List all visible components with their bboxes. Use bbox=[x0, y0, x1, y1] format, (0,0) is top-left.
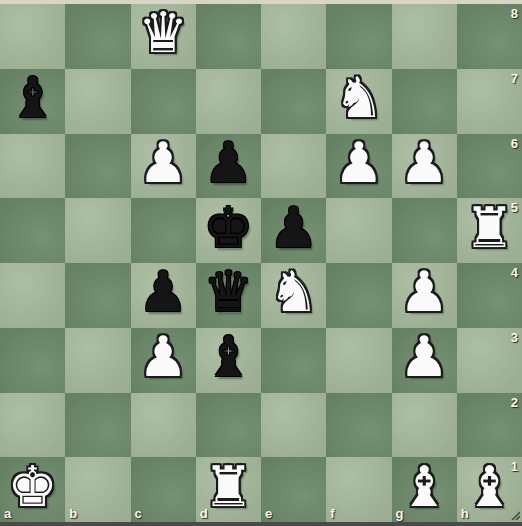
square-b5[interactable] bbox=[65, 198, 130, 263]
square-g1[interactable]: g♝ bbox=[392, 457, 457, 522]
file-label-h: h bbox=[461, 506, 469, 521]
black-king-piece[interactable]: ♚ bbox=[203, 200, 253, 256]
square-f3[interactable] bbox=[326, 328, 391, 393]
rank-label-5: 5 bbox=[511, 200, 518, 215]
square-b1[interactable]: b bbox=[65, 457, 130, 522]
square-e8[interactable] bbox=[261, 4, 326, 69]
square-c6[interactable]: ♟ bbox=[131, 134, 196, 199]
white-pawn-piece[interactable]: ♟ bbox=[138, 329, 188, 385]
square-g8[interactable] bbox=[392, 4, 457, 69]
square-d3[interactable]: ♝ bbox=[196, 328, 261, 393]
square-h5[interactable]: 5♜ bbox=[457, 198, 522, 263]
white-pawn-piece[interactable]: ♟ bbox=[399, 135, 449, 191]
file-label-c: c bbox=[135, 506, 142, 521]
square-c7[interactable] bbox=[131, 69, 196, 134]
black-bishop-piece[interactable]: ♝ bbox=[8, 70, 58, 126]
black-pawn-piece[interactable]: ♟ bbox=[269, 200, 319, 256]
square-g6[interactable]: ♟ bbox=[392, 134, 457, 199]
square-f5[interactable] bbox=[326, 198, 391, 263]
black-queen-piece[interactable]: ♛ bbox=[203, 264, 253, 320]
square-e7[interactable] bbox=[261, 69, 326, 134]
square-h6[interactable]: 6 bbox=[457, 134, 522, 199]
rank-label-8: 8 bbox=[511, 6, 518, 21]
square-b2[interactable] bbox=[65, 393, 130, 458]
square-c1[interactable]: c bbox=[131, 457, 196, 522]
file-label-d: d bbox=[200, 506, 208, 521]
black-pawn-piece[interactable]: ♟ bbox=[203, 135, 253, 191]
square-f4[interactable] bbox=[326, 263, 391, 328]
square-h1[interactable]: 1h♝ bbox=[457, 457, 522, 522]
white-pawn-piece[interactable]: ♟ bbox=[334, 135, 384, 191]
rank-label-6: 6 bbox=[511, 136, 518, 151]
square-g4[interactable]: ♟ bbox=[392, 263, 457, 328]
square-c8[interactable]: ♛ bbox=[131, 4, 196, 69]
square-f8[interactable] bbox=[326, 4, 391, 69]
square-a4[interactable] bbox=[0, 263, 65, 328]
square-c5[interactable] bbox=[131, 198, 196, 263]
resize-grip-icon[interactable] bbox=[508, 508, 520, 520]
square-e6[interactable] bbox=[261, 134, 326, 199]
window-bottom-border bbox=[0, 522, 522, 526]
square-e4[interactable]: ♞ bbox=[261, 263, 326, 328]
square-d1[interactable]: d♜ bbox=[196, 457, 261, 522]
square-a1[interactable]: a♚ bbox=[0, 457, 65, 522]
file-label-e: e bbox=[265, 506, 272, 521]
square-g5[interactable] bbox=[392, 198, 457, 263]
white-pawn-piece[interactable]: ♟ bbox=[399, 329, 449, 385]
white-bishop-piece[interactable]: ♝ bbox=[399, 459, 449, 515]
square-b8[interactable] bbox=[65, 4, 130, 69]
square-f2[interactable] bbox=[326, 393, 391, 458]
white-queen-piece[interactable]: ♛ bbox=[138, 5, 188, 61]
square-d4[interactable]: ♛ bbox=[196, 263, 261, 328]
square-g3[interactable]: ♟ bbox=[392, 328, 457, 393]
square-h3[interactable]: 3 bbox=[457, 328, 522, 393]
rank-label-7: 7 bbox=[511, 71, 518, 86]
white-king-piece[interactable]: ♚ bbox=[8, 459, 58, 515]
square-c2[interactable] bbox=[131, 393, 196, 458]
file-label-b: b bbox=[69, 506, 77, 521]
file-label-a: a bbox=[4, 506, 11, 521]
file-label-f: f bbox=[330, 506, 334, 521]
square-e2[interactable] bbox=[261, 393, 326, 458]
chess-board: ♛8♝♞7♟♟♟♟6♚♟5♜♟♛♞♟4♟♝♟32a♚bcd♜efg♝1h♝ bbox=[0, 4, 522, 522]
file-label-g: g bbox=[396, 506, 404, 521]
black-bishop-piece[interactable]: ♝ bbox=[203, 329, 253, 385]
square-c3[interactable]: ♟ bbox=[131, 328, 196, 393]
square-h7[interactable]: 7 bbox=[457, 69, 522, 134]
square-d7[interactable] bbox=[196, 69, 261, 134]
chess-app-window: ♛8♝♞7♟♟♟♟6♚♟5♜♟♛♞♟4♟♝♟32a♚bcd♜efg♝1h♝ bbox=[0, 0, 522, 526]
square-b6[interactable] bbox=[65, 134, 130, 199]
square-f1[interactable]: f bbox=[326, 457, 391, 522]
square-e1[interactable]: e bbox=[261, 457, 326, 522]
white-pawn-piece[interactable]: ♟ bbox=[138, 135, 188, 191]
square-a2[interactable] bbox=[0, 393, 65, 458]
square-g2[interactable] bbox=[392, 393, 457, 458]
white-pawn-piece[interactable]: ♟ bbox=[399, 264, 449, 320]
square-d5[interactable]: ♚ bbox=[196, 198, 261, 263]
square-d2[interactable] bbox=[196, 393, 261, 458]
square-b3[interactable] bbox=[65, 328, 130, 393]
square-a8[interactable] bbox=[0, 4, 65, 69]
square-a7[interactable]: ♝ bbox=[0, 69, 65, 134]
square-f6[interactable]: ♟ bbox=[326, 134, 391, 199]
square-h2[interactable]: 2 bbox=[457, 393, 522, 458]
white-rook-piece[interactable]: ♜ bbox=[464, 200, 514, 256]
square-b7[interactable] bbox=[65, 69, 130, 134]
rank-label-4: 4 bbox=[511, 265, 518, 280]
rank-label-2: 2 bbox=[511, 395, 518, 410]
white-knight-piece[interactable]: ♞ bbox=[334, 70, 384, 126]
white-rook-piece[interactable]: ♜ bbox=[203, 459, 253, 515]
rank-label-3: 3 bbox=[511, 330, 518, 345]
square-h8[interactable]: 8 bbox=[457, 4, 522, 69]
square-a6[interactable] bbox=[0, 134, 65, 199]
square-c4[interactable]: ♟ bbox=[131, 263, 196, 328]
square-g7[interactable] bbox=[392, 69, 457, 134]
square-d6[interactable]: ♟ bbox=[196, 134, 261, 199]
square-e5[interactable]: ♟ bbox=[261, 198, 326, 263]
square-e3[interactable] bbox=[261, 328, 326, 393]
square-f7[interactable]: ♞ bbox=[326, 69, 391, 134]
square-a5[interactable] bbox=[0, 198, 65, 263]
white-bishop-piece[interactable]: ♝ bbox=[464, 459, 514, 515]
rank-label-1: 1 bbox=[511, 459, 518, 474]
square-h4[interactable]: 4 bbox=[457, 263, 522, 328]
square-a3[interactable] bbox=[0, 328, 65, 393]
white-knight-piece[interactable]: ♞ bbox=[269, 264, 319, 320]
square-d8[interactable] bbox=[196, 4, 261, 69]
square-b4[interactable] bbox=[65, 263, 130, 328]
black-pawn-piece[interactable]: ♟ bbox=[138, 264, 188, 320]
